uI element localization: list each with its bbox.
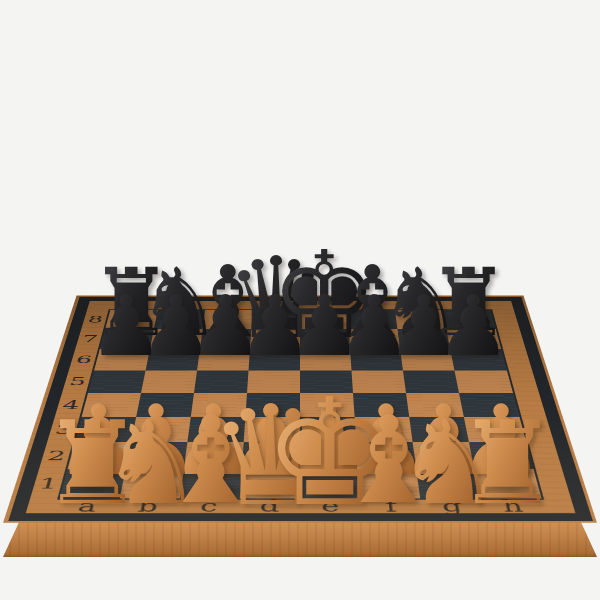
piece-white-rook-h1[interactable]: ♜ xyxy=(456,406,559,521)
scene: abcdefgh 87654321 ♜♞♝♛♚♝♞♜♟♟♟♟♟♟♟♟♟♟♟♟♟♟… xyxy=(0,0,600,600)
piece-black-pawn-h7[interactable]: ♟ xyxy=(436,285,511,369)
pieces-layer: ♜♞♝♛♚♝♞♜♟♟♟♟♟♟♟♟♟♟♟♟♟♟♟♟♜♞♝♛♚♝♞♜ xyxy=(0,0,600,600)
